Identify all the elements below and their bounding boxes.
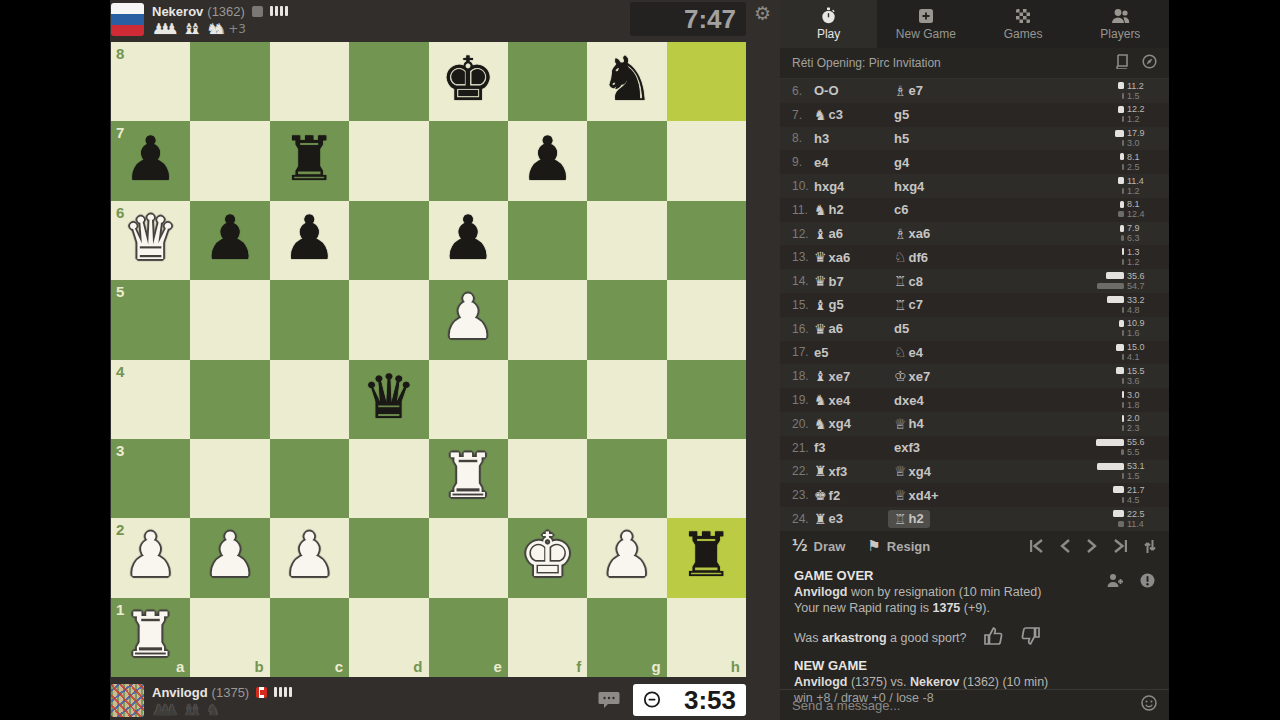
square-h1[interactable]: h (667, 598, 746, 677)
square-e2[interactable] (429, 518, 508, 597)
piece-icon: ♖ (894, 511, 907, 527)
clock-icon (643, 685, 661, 716)
piece-icon: ♔ (894, 368, 907, 384)
square-a7[interactable]: 7♟ (111, 121, 190, 200)
move-row-12: 12.♝a6♗xa67.96.3 (780, 222, 1169, 246)
move-time-value: 8.1 (1127, 152, 1159, 162)
move-time-bar (1120, 153, 1124, 160)
bottom-player-bar: Anvilogd (1375) ♟♟♟♝♝♞ 3:53 (110, 682, 780, 720)
square-h6[interactable] (667, 201, 746, 280)
square-b7[interactable] (190, 121, 269, 200)
move-time-value: 8.1 (1127, 199, 1159, 209)
opening-name: Réti Opening: Pirc Invitation (792, 56, 1115, 70)
piece-icon: ♞ (814, 392, 827, 408)
move-time-bar (1122, 248, 1124, 255)
square-a6[interactable]: 6♛ (111, 201, 190, 280)
move-san[interactable]: g4 (894, 155, 909, 170)
white-rook-a1[interactable]: ♜ (123, 604, 178, 665)
move-row-24: 24.♜e3♖h222.511.4 (780, 507, 1169, 531)
move-time-value: 55.6 (1127, 437, 1159, 447)
move-time-value: 4.8 (1127, 305, 1159, 315)
move-row-17: 17.e5♘e415.04.1 (780, 341, 1169, 365)
chess-board[interactable]: 8♚♞7♟♜♟6♛♟♟♟5♟4♛3♜2♟♟♟♚♟♜1a♜bcdefgh (111, 42, 746, 677)
move-time-value: 1.6 (1127, 328, 1159, 338)
first-move-button[interactable] (1029, 539, 1045, 553)
square-c8[interactable] (270, 42, 349, 121)
move-san[interactable]: ♛xa6 (814, 249, 850, 265)
move-time-bar (1115, 130, 1124, 137)
move-time-value: 7.9 (1127, 223, 1159, 233)
square-c2[interactable]: ♟ (270, 518, 349, 597)
move-san[interactable]: hxg4 (894, 179, 924, 194)
move-number: 22. (780, 464, 814, 478)
move-time-bar (1120, 225, 1124, 232)
move-time-value: 17.9 (1127, 128, 1159, 138)
move-san[interactable]: h5 (894, 131, 909, 146)
file-label: e (494, 658, 502, 675)
move-san[interactable]: exf3 (894, 440, 920, 455)
bottom-captured-pieces: ♟♟♟♝♝♞ (152, 701, 292, 719)
piece-icon: ♕ (894, 487, 907, 503)
move-time-value: 12.2 (1127, 104, 1159, 114)
file-label: b (255, 658, 264, 675)
top-player-name[interactable]: Nekerov (152, 4, 203, 19)
game-over-title: GAME OVER (794, 568, 1155, 583)
rank-label: 8 (116, 45, 124, 62)
black-pawn-e6[interactable]: ♟ (441, 207, 496, 268)
file-label: g (651, 658, 660, 675)
move-number: 11. (780, 203, 814, 217)
tab-players[interactable]: Players (1072, 0, 1169, 48)
white-pawn-c2[interactable]: ♟ (282, 524, 337, 585)
white-rook-e3[interactable]: ♜ (441, 445, 496, 506)
white-pawn-e5[interactable]: ♟ (441, 286, 496, 347)
sport-question: Was arkastrong a good sport? (794, 631, 967, 645)
square-h8[interactable] (667, 42, 746, 121)
explorer-compass-icon[interactable] (1142, 54, 1157, 73)
move-san[interactable]: ♛a6 (814, 321, 843, 337)
move-time-bar (1118, 177, 1124, 184)
resign-button[interactable]: ⚑ Resign (867, 537, 930, 555)
move-time-bar (1122, 354, 1124, 360)
square-h4[interactable] (667, 360, 746, 439)
square-f3[interactable] (508, 439, 587, 518)
chat-bubble-icon[interactable] (598, 691, 620, 713)
move-time-value: 2.0 (1127, 413, 1159, 423)
bottom-player-rating: (1375) (212, 685, 250, 700)
add-friend-icon[interactable] (1106, 573, 1124, 592)
rank-label: 5 (116, 283, 124, 300)
piece-icon: ♗ (894, 226, 907, 242)
move-time-bar (1122, 259, 1124, 265)
move-row-14: 14.♛b7♖c835.654.7 (780, 269, 1169, 293)
move-time-value: 53.1 (1127, 461, 1159, 471)
move-san[interactable]: O-O (814, 83, 839, 98)
square-c1[interactable]: c (270, 598, 349, 677)
move-time-bar (1122, 330, 1124, 336)
square-a3[interactable]: 3 (111, 439, 190, 518)
move-san[interactable]: ♖c8 (894, 273, 923, 289)
move-san[interactable]: ♞h2 (814, 202, 844, 218)
rank-label: 3 (116, 442, 124, 459)
move-san[interactable]: c6 (894, 202, 908, 217)
move-time-bar (1118, 82, 1124, 89)
square-c5[interactable] (270, 280, 349, 359)
tab-play[interactable]: Play (780, 0, 877, 48)
square-f7[interactable]: ♟ (508, 121, 587, 200)
square-d3[interactable] (349, 439, 428, 518)
move-number: 19. (780, 393, 814, 407)
move-time-value: 15.0 (1127, 342, 1159, 352)
move-san[interactable]: ♕xg4 (894, 463, 931, 479)
move-san[interactable]: ♕h4 (894, 416, 924, 432)
move-san[interactable]: e5 (814, 345, 828, 360)
move-time-bar (1116, 367, 1124, 374)
piece-icon: ♜ (814, 463, 827, 479)
piece-icon: ♝ (814, 226, 827, 242)
square-g8[interactable]: ♞ (587, 42, 666, 121)
gear-icon[interactable]: ⚙ (754, 2, 771, 24)
move-time-bar (1122, 415, 1124, 422)
black-pawn-c6[interactable]: ♟ (282, 207, 337, 268)
square-f4[interactable] (508, 360, 587, 439)
move-san[interactable]: ♝xe7 (814, 368, 850, 384)
square-d2[interactable] (349, 518, 428, 597)
move-san[interactable]: ♜e3 (814, 511, 843, 527)
move-san[interactable]: ♗xa6 (894, 226, 930, 242)
move-san[interactable]: ♞xg4 (814, 416, 851, 432)
square-h7[interactable] (667, 121, 746, 200)
square-b4[interactable] (190, 360, 269, 439)
move-time-bar (1097, 463, 1124, 470)
piece-icon: ♘ (894, 249, 907, 265)
game-over-section: GAME OVER Anvilogd won by resignation (1… (780, 561, 1169, 649)
piece-icon: ♕ (894, 463, 907, 479)
move-number: 21. (780, 441, 814, 455)
square-e5[interactable]: ♟ (429, 280, 508, 359)
move-san[interactable]: ♗e7 (894, 83, 923, 99)
piece-icon: ♞ (814, 107, 827, 123)
move-time-bar (1118, 106, 1124, 113)
file-label: d (413, 658, 422, 675)
move-row-21: 21.f3exf355.65.5 (780, 436, 1169, 460)
material-advantage: +3 (228, 22, 246, 36)
square-g6[interactable] (587, 201, 666, 280)
square-d1[interactable]: d (349, 598, 428, 677)
move-time-value: 35.6 (1127, 271, 1159, 281)
move-row-8: 8.h3h517.93.0 (780, 127, 1169, 151)
move-time-bar (1118, 211, 1124, 217)
square-b3[interactable] (190, 439, 269, 518)
square-h5[interactable] (667, 280, 746, 359)
move-time-bar (1113, 486, 1124, 493)
square-c7[interactable]: ♜ (270, 121, 349, 200)
square-g3[interactable] (587, 439, 666, 518)
move-time-value: 22.5 (1127, 509, 1159, 519)
square-d6[interactable] (349, 201, 428, 280)
move-time-bar (1122, 402, 1124, 408)
move-san[interactable]: ♝g5 (814, 297, 844, 313)
piece-icon: ♘ (894, 344, 907, 360)
move-san[interactable]: ♚f2 (814, 487, 840, 503)
square-e6[interactable]: ♟ (429, 201, 508, 280)
move-san[interactable]: ♔xe7 (894, 368, 930, 384)
square-e1[interactable]: e (429, 598, 508, 677)
last-move-button[interactable] (1112, 539, 1128, 553)
move-number: 12. (780, 227, 814, 241)
square-g7[interactable] (587, 121, 666, 200)
chat-bar: Send a message... (780, 689, 1169, 720)
move-time-value: 1.5 (1127, 91, 1159, 101)
piece-icon: ♖ (894, 297, 907, 313)
move-time-value: 21.7 (1127, 485, 1159, 495)
captured-piece-group: ♞♞ (206, 20, 219, 38)
move-san[interactable]: ♕xd4+ (894, 487, 939, 503)
emoji-icon[interactable] (1141, 695, 1157, 715)
flip-board-button[interactable] (1143, 539, 1157, 554)
black-pawn-b6[interactable]: ♟ (203, 207, 258, 268)
square-a5[interactable]: 5 (111, 280, 190, 359)
thumbs-down-button[interactable] (1020, 626, 1041, 649)
move-time-value: 11.2 (1127, 81, 1159, 91)
move-row-22: 22.♜xf3♕xg453.11.5 (780, 460, 1169, 484)
move-time-bar (1119, 320, 1124, 327)
square-a2[interactable]: 2♟ (111, 518, 190, 597)
move-time-bar (1106, 272, 1124, 279)
square-b5[interactable] (190, 280, 269, 359)
black-pawn-a7[interactable]: ♟ (123, 128, 178, 189)
move-row-7: 7.♞c3g512.21.2 (780, 103, 1169, 127)
square-g4[interactable] (587, 360, 666, 439)
move-san[interactable]: ♛b7 (814, 273, 844, 289)
draw-button[interactable]: ½ Draw (792, 537, 845, 555)
move-time-value: 1.8 (1127, 400, 1159, 410)
move-san[interactable]: hxg4 (814, 179, 844, 194)
move-time-value: 10.9 (1127, 318, 1159, 328)
new-game-match: Anvilogd (1375) vs. Nekerov (1362) (10 m… (794, 675, 1155, 689)
move-san[interactable]: d5 (894, 321, 909, 336)
move-time-bar (1122, 391, 1124, 398)
move-number: 24. (780, 512, 814, 526)
square-d8[interactable] (349, 42, 428, 121)
connection-signal-icon (270, 6, 288, 16)
game-controls: ½ Draw ⚑ Resign (780, 531, 1169, 561)
move-time-bar (1122, 93, 1124, 99)
top-player-clock: 7:47 (630, 2, 746, 36)
white-pawn-g2[interactable]: ♟ (600, 524, 655, 585)
move-number: 10. (780, 179, 814, 193)
top-player-flag-badge (252, 6, 263, 17)
square-e4[interactable] (429, 360, 508, 439)
move-time-bar (1097, 283, 1124, 289)
resign-flag-icon: ⚑ (867, 537, 880, 555)
thumbs-up-button[interactable] (983, 626, 1004, 649)
file-label: h (731, 658, 740, 675)
square-d4[interactable]: ♛ (349, 360, 428, 439)
move-row-9: 9.e4g48.12.5 (780, 150, 1169, 174)
move-row-6: 6.O-O♗e711.21.5 (780, 79, 1169, 103)
square-a1[interactable]: 1a♜ (111, 598, 190, 677)
square-b2[interactable]: ♟ (190, 518, 269, 597)
white-queen-a6[interactable]: ♛ (123, 207, 178, 268)
square-b8[interactable] (190, 42, 269, 121)
tab-label: New Game (896, 27, 956, 41)
black-knight-g8[interactable]: ♞ (600, 48, 655, 109)
move-number: 14. (780, 274, 814, 288)
rank-label: 4 (116, 363, 124, 380)
new-game-title: NEW GAME (794, 658, 1155, 673)
square-b1[interactable]: b (190, 598, 269, 677)
move-time-value: 11.4 (1127, 176, 1159, 186)
square-f2[interactable]: ♚ (508, 518, 587, 597)
move-san[interactable]: ♞c3 (814, 107, 843, 123)
piece-icon: ♛ (814, 249, 827, 265)
move-row-15: 15.♝g5♖c733.24.8 (780, 293, 1169, 317)
move-time-value: 2.3 (1127, 423, 1159, 433)
move-san[interactable]: ♘df6 (894, 249, 928, 265)
chat-input[interactable]: Send a message... (792, 698, 900, 713)
square-e7[interactable] (429, 121, 508, 200)
move-number: 23. (780, 488, 814, 502)
move-san[interactable]: ♘e4 (894, 344, 923, 360)
white-pawn-a2[interactable]: ♟ (123, 524, 178, 585)
square-f6[interactable] (508, 201, 587, 280)
square-g2[interactable]: ♟ (587, 518, 666, 597)
square-f5[interactable] (508, 280, 587, 359)
move-time-bar (1122, 497, 1124, 503)
move-san[interactable]: g5 (894, 107, 909, 122)
next-move-button[interactable] (1086, 539, 1097, 553)
move-san[interactable]: dxe4 (894, 393, 924, 408)
top-player-avatar[interactable] (111, 3, 144, 36)
move-number: 17. (780, 345, 814, 359)
move-time-bar (1122, 378, 1124, 384)
white-king-f2[interactable]: ♚ (520, 524, 575, 585)
tab-label: Players (1100, 27, 1140, 41)
move-time-value: 1.2 (1127, 186, 1159, 196)
move-time-bar (1122, 116, 1124, 122)
black-pawn-f7[interactable]: ♟ (520, 128, 575, 189)
tab-label: Games (1004, 27, 1043, 41)
move-san[interactable]: e4 (814, 155, 828, 170)
current-move[interactable]: ♖h2 (888, 510, 930, 528)
move-time-value: 1.5 (1127, 471, 1159, 481)
square-f8[interactable] (508, 42, 587, 121)
move-time-value: 1.2 (1127, 114, 1159, 124)
black-queen-d4[interactable]: ♛ (361, 366, 416, 427)
black-king-e8[interactable]: ♚ (441, 48, 496, 109)
avatar-artwork (111, 684, 144, 717)
move-time-value: 54.7 (1127, 281, 1159, 291)
square-h2[interactable]: ♜ (667, 518, 746, 597)
move-time-bar (1116, 344, 1124, 351)
move-time-bar (1096, 439, 1124, 446)
move-number: 7. (780, 108, 814, 122)
move-san[interactable]: f3 (814, 440, 826, 455)
piece-icon: ♚ (814, 487, 827, 503)
move-san[interactable]: h3 (814, 131, 829, 146)
captured-piece-group: ♟♟♟ (152, 701, 171, 719)
game-area: Nekerov (1362) ♟♟♟♝♝♞♞+3 7:47 ⚙ 8♚♞7♟♜♟6… (110, 0, 780, 720)
square-e8[interactable]: ♚ (429, 42, 508, 121)
square-a8[interactable]: 8 (111, 42, 190, 121)
move-san[interactable]: ♞xe4 (814, 392, 850, 408)
move-time-bar (1118, 521, 1124, 527)
captured-piece-group: ♝♝ (182, 20, 195, 38)
bottom-player-name[interactable]: Anvilogd (152, 685, 208, 700)
move-time-value: 15.5 (1127, 366, 1159, 376)
move-san[interactable]: ♝a6 (814, 226, 843, 242)
move-number: 16. (780, 322, 814, 336)
move-row-10: 10.hxg4hxg411.41.2 (780, 174, 1169, 198)
move-time-value: 2.5 (1127, 162, 1159, 172)
square-f1[interactable]: f (508, 598, 587, 677)
move-time-value: 1.3 (1127, 247, 1159, 257)
stopwatch-icon (820, 7, 837, 24)
move-row-11: 11.♞h2c68.112.4 (780, 198, 1169, 222)
square-g1[interactable]: g (587, 598, 666, 677)
move-time-bar (1122, 188, 1124, 194)
move-san[interactable]: ♖c7 (894, 297, 923, 313)
square-d5[interactable] (349, 280, 428, 359)
move-time-value: 3.0 (1127, 138, 1159, 148)
move-row-18: 18.♝xe7♔xe715.53.6 (780, 364, 1169, 388)
opening-row: Réti Opening: Pirc Invitation (780, 48, 1169, 79)
square-h3[interactable] (667, 439, 746, 518)
top-captured-pieces: ♟♟♟♝♝♞♞+3 (152, 20, 288, 38)
square-e3[interactable]: ♜ (429, 439, 508, 518)
move-row-16: 16.♛a6d510.91.6 (780, 317, 1169, 341)
move-time-value: 33.2 (1127, 295, 1159, 305)
square-d7[interactable] (349, 121, 428, 200)
bottom-player-avatar[interactable] (111, 684, 144, 717)
move-time-bar (1122, 140, 1124, 146)
tab-bar: PlayNew GameGamesPlayers (780, 0, 1169, 48)
black-rook-c7[interactable]: ♜ (282, 128, 337, 189)
app-window: Nekerov (1362) ♟♟♟♝♝♞♞+3 7:47 ⚙ 8♚♞7♟♜♟6… (0, 0, 1280, 720)
report-icon[interactable] (1140, 573, 1155, 592)
move-time-bar (1121, 449, 1124, 455)
book-icon[interactable] (1115, 54, 1130, 73)
square-g5[interactable] (587, 280, 666, 359)
move-time-bar (1122, 307, 1124, 313)
captured-piece-group: ♟♟♟ (152, 20, 171, 38)
move-san[interactable]: ♜xf3 (814, 463, 847, 479)
white-pawn-b2[interactable]: ♟ (203, 524, 258, 585)
top-player-rating: (1362) (207, 4, 245, 19)
tab-new-game[interactable]: New Game (877, 0, 974, 48)
move-time-value: 3.6 (1127, 376, 1159, 386)
square-c6[interactable]: ♟ (270, 201, 349, 280)
square-b6[interactable]: ♟ (190, 201, 269, 280)
tab-label: Play (817, 27, 840, 41)
square-c4[interactable] (270, 360, 349, 439)
move-number: 6. (780, 84, 814, 98)
move-row-13: 13.♛xa6♘df61.31.2 (780, 245, 1169, 269)
piece-icon: ♜ (814, 511, 827, 527)
top-player-bar: Nekerov (1362) ♟♟♟♝♝♞♞+3 7:47 ⚙ (110, 0, 780, 40)
black-rook-h2[interactable]: ♜ (679, 524, 734, 585)
move-time-value: 5.5 (1127, 447, 1159, 457)
plus-square-icon (918, 8, 934, 24)
move-time-value: 4.5 (1127, 495, 1159, 505)
move-number: 9. (780, 155, 814, 169)
prev-move-button[interactable] (1060, 539, 1071, 553)
square-a4[interactable]: 4 (111, 360, 190, 439)
square-c3[interactable] (270, 439, 349, 518)
tab-games[interactable]: Games (975, 0, 1072, 48)
move-number: 8. (780, 131, 814, 145)
